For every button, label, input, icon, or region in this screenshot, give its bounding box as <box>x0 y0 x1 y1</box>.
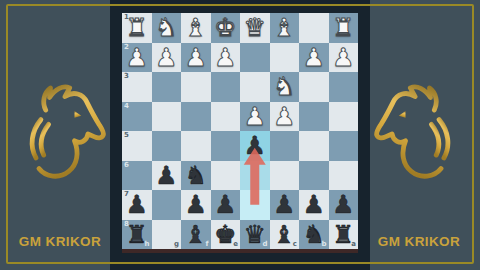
square-f8[interactable]: f♝ <box>181 220 211 250</box>
white-bishop[interactable]: ♝ <box>185 15 207 40</box>
square-a2[interactable]: ♟ <box>329 43 359 73</box>
square-d1[interactable]: ♛ <box>240 13 270 43</box>
coord-file-f: f <box>205 241 208 248</box>
square-d8[interactable]: d♛ <box>240 220 270 250</box>
board-bottom-edge <box>122 249 358 253</box>
square-b7[interactable]: ♟ <box>299 190 329 220</box>
square-e1[interactable]: ♚ <box>211 13 241 43</box>
square-a6[interactable] <box>329 161 359 191</box>
square-a1[interactable]: ♜ <box>329 13 359 43</box>
square-e8[interactable]: e♚ <box>211 220 241 250</box>
black-knight[interactable]: ♞ <box>185 163 207 188</box>
square-c6[interactable] <box>270 161 300 191</box>
square-g4[interactable] <box>152 102 182 132</box>
square-g1[interactable]: ♞ <box>152 13 182 43</box>
square-e7[interactable]: ♟ <box>211 190 241 220</box>
coord-file-h: h <box>145 241 150 248</box>
white-pawn[interactable]: ♟ <box>273 104 295 129</box>
horse-head-logo-right <box>370 78 466 190</box>
coord-file-g: g <box>174 241 179 248</box>
square-h8[interactable]: 8h♜ <box>122 220 152 250</box>
horse-head-logo-left <box>14 78 110 190</box>
square-g6[interactable]: ♟ <box>152 161 182 191</box>
square-h7[interactable]: 7♟ <box>122 190 152 220</box>
square-b3[interactable] <box>299 72 329 102</box>
square-g5[interactable] <box>152 131 182 161</box>
square-e4[interactable] <box>211 102 241 132</box>
square-g7[interactable] <box>152 190 182 220</box>
coord-file-a: a <box>351 241 356 248</box>
square-e3[interactable] <box>211 72 241 102</box>
square-h3[interactable]: 3 <box>122 72 152 102</box>
square-d6[interactable] <box>240 161 270 191</box>
square-c1[interactable]: ♝ <box>270 13 300 43</box>
coord-rank-3: 3 <box>124 73 129 80</box>
square-d2[interactable] <box>240 43 270 73</box>
black-pawn[interactable]: ♟ <box>185 192 207 217</box>
white-pawn[interactable]: ♟ <box>185 45 207 70</box>
square-h4[interactable]: 4 <box>122 102 152 132</box>
black-pawn[interactable]: ♟ <box>214 192 236 217</box>
black-pawn[interactable]: ♟ <box>244 133 266 158</box>
square-b4[interactable] <box>299 102 329 132</box>
white-queen[interactable]: ♛ <box>244 15 266 40</box>
square-b5[interactable] <box>299 131 329 161</box>
square-c5[interactable] <box>270 131 300 161</box>
coord-file-d: d <box>262 241 267 248</box>
square-b8[interactable]: b♞ <box>299 220 329 250</box>
white-bishop[interactable]: ♝ <box>273 15 295 40</box>
white-pawn[interactable]: ♟ <box>214 45 236 70</box>
thumbnail-root: 1♜♞♝♚♛♝♜2♟♟♟♟♟♟3♞4♟♟5♟6♟♞7♟♟♟♟♟♟8h♜gf♝e♚… <box>0 0 480 270</box>
square-f2[interactable]: ♟ <box>181 43 211 73</box>
coord-rank-6: 6 <box>124 162 129 169</box>
white-knight[interactable]: ♞ <box>273 74 295 99</box>
square-e6[interactable] <box>211 161 241 191</box>
horse-head-icon <box>370 78 466 190</box>
coord-rank-5: 5 <box>124 132 129 139</box>
coord-rank-1: 1 <box>124 14 129 21</box>
square-f4[interactable] <box>181 102 211 132</box>
coord-rank-7: 7 <box>124 191 129 198</box>
horse-head-icon <box>14 78 110 190</box>
square-b6[interactable] <box>299 161 329 191</box>
white-pawn[interactable]: ♟ <box>155 45 177 70</box>
coord-file-c: c <box>293 241 297 248</box>
square-g8[interactable]: g <box>152 220 182 250</box>
square-c4[interactable]: ♟ <box>270 102 300 132</box>
coord-rank-8: 8 <box>124 221 129 228</box>
white-pawn[interactable]: ♟ <box>244 104 266 129</box>
square-h2[interactable]: 2♟ <box>122 43 152 73</box>
square-h5[interactable]: 5 <box>122 131 152 161</box>
square-f5[interactable] <box>181 131 211 161</box>
square-a7[interactable]: ♟ <box>329 190 359 220</box>
black-pawn[interactable]: ♟ <box>155 163 177 188</box>
square-f3[interactable] <box>181 72 211 102</box>
square-f1[interactable]: ♝ <box>181 13 211 43</box>
square-h1[interactable]: 1♜ <box>122 13 152 43</box>
square-g3[interactable] <box>152 72 182 102</box>
square-e5[interactable] <box>211 131 241 161</box>
square-e2[interactable]: ♟ <box>211 43 241 73</box>
white-pawn[interactable]: ♟ <box>332 45 354 70</box>
square-d3[interactable] <box>240 72 270 102</box>
coord-file-b: b <box>321 241 326 248</box>
square-a8[interactable]: a♜ <box>329 220 359 250</box>
square-b1[interactable] <box>299 13 329 43</box>
coord-file-e: e <box>233 241 238 248</box>
square-f7[interactable]: ♟ <box>181 190 211 220</box>
square-a4[interactable] <box>329 102 359 132</box>
coord-rank-2: 2 <box>124 44 129 51</box>
black-pawn[interactable]: ♟ <box>273 192 295 217</box>
square-a3[interactable] <box>329 72 359 102</box>
white-rook[interactable]: ♜ <box>332 15 354 40</box>
square-a5[interactable] <box>329 131 359 161</box>
square-g2[interactable]: ♟ <box>152 43 182 73</box>
caption-left: GM KRIKOR <box>6 234 114 252</box>
square-d5[interactable]: ♟ <box>240 131 270 161</box>
caption-right: GM KRIKOR <box>366 234 472 252</box>
square-c7[interactable]: ♟ <box>270 190 300 220</box>
square-d7[interactable] <box>240 190 270 220</box>
square-b2[interactable]: ♟ <box>299 43 329 73</box>
square-f6[interactable]: ♞ <box>181 161 211 191</box>
coord-rank-4: 4 <box>124 103 129 110</box>
black-pawn[interactable]: ♟ <box>303 192 325 217</box>
square-h6[interactable]: 6 <box>122 161 152 191</box>
square-c3[interactable]: ♞ <box>270 72 300 102</box>
black-bishop[interactable]: ♝ <box>185 222 207 247</box>
square-c2[interactable] <box>270 43 300 73</box>
square-d4[interactable]: ♟ <box>240 102 270 132</box>
square-c8[interactable]: c♝ <box>270 220 300 250</box>
white-pawn[interactable]: ♟ <box>303 45 325 70</box>
white-king[interactable]: ♚ <box>214 15 236 40</box>
white-knight[interactable]: ♞ <box>155 15 177 40</box>
black-pawn[interactable]: ♟ <box>332 192 354 217</box>
chess-board[interactable]: 1♜♞♝♚♛♝♜2♟♟♟♟♟♟3♞4♟♟5♟6♟♞7♟♟♟♟♟♟8h♜gf♝e♚… <box>122 13 358 249</box>
